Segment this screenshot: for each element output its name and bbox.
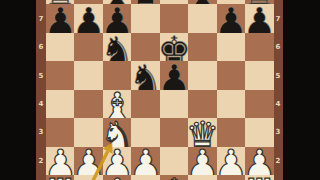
rank-label-6-left: 6 — [36, 44, 46, 51]
square-h1[interactable]: ♜ — [245, 175, 273, 180]
square-c6[interactable]: ♞ — [103, 33, 131, 61]
square-a5[interactable] — [46, 61, 74, 89]
white-king-e1[interactable]: ♚ — [157, 174, 190, 180]
square-d1[interactable] — [131, 175, 159, 180]
rank-label-3-left: 3 — [36, 129, 46, 136]
square-b5[interactable] — [74, 61, 102, 89]
square-g6[interactable] — [217, 33, 245, 61]
rank-label-7-right: 7 — [273, 15, 283, 22]
white-rook-a1[interactable]: ♜ — [44, 174, 77, 180]
square-b7[interactable]: ♟ — [74, 4, 102, 32]
square-f5[interactable] — [188, 61, 216, 89]
square-g7[interactable]: ♟ — [217, 4, 245, 32]
square-d2[interactable]: ♟ — [131, 147, 159, 175]
chess-board[interactable]: ♜♝♛♝♜♟♟♟♟♟♞♚♞♟♝♞♛♟♟♟♟♟♟♟♜♝♚♜ — [46, 0, 274, 180]
square-d7[interactable] — [131, 4, 159, 32]
square-b1[interactable] — [74, 175, 102, 180]
square-b4[interactable] — [74, 90, 102, 118]
white-bishop-c1[interactable]: ♝ — [101, 174, 134, 180]
square-e5[interactable]: ♟ — [160, 61, 188, 89]
rank-label-5-left: 5 — [36, 72, 46, 79]
rank-label-3-right: 3 — [273, 129, 283, 136]
square-h4[interactable] — [245, 90, 273, 118]
square-g4[interactable] — [217, 90, 245, 118]
square-f6[interactable] — [188, 33, 216, 61]
square-d4[interactable] — [131, 90, 159, 118]
square-g2[interactable]: ♟ — [217, 147, 245, 175]
square-e3[interactable] — [160, 118, 188, 146]
rank-label-2-left: 2 — [36, 157, 46, 164]
square-a6[interactable] — [46, 33, 74, 61]
rank-label-2-right: 2 — [273, 157, 283, 164]
rank-label-4-right: 4 — [273, 101, 283, 108]
rank-label-7-left: 7 — [36, 15, 46, 22]
square-d5[interactable]: ♞ — [131, 61, 159, 89]
rank-label-6-right: 6 — [273, 44, 283, 51]
rank-label-4-left: 4 — [36, 101, 46, 108]
square-b6[interactable] — [74, 33, 102, 61]
square-a4[interactable] — [46, 90, 74, 118]
square-a1[interactable]: ♜ — [46, 175, 74, 180]
square-e4[interactable] — [160, 90, 188, 118]
square-a7[interactable]: ♟ — [46, 4, 74, 32]
white-rook-h1[interactable]: ♜ — [243, 174, 276, 180]
video-frame: ♜♝♛♝♜♟♟♟♟♟♞♚♞♟♝♞♛♟♟♟♟♟♟♟♜♝♚♜ 88776655443… — [0, 0, 320, 180]
square-h5[interactable] — [245, 61, 273, 89]
square-h7[interactable]: ♟ — [245, 4, 273, 32]
square-g1[interactable] — [217, 175, 245, 180]
square-f7[interactable] — [188, 4, 216, 32]
square-g5[interactable] — [217, 61, 245, 89]
square-b2[interactable]: ♟ — [74, 147, 102, 175]
rank-label-5-right: 5 — [273, 72, 283, 79]
square-f2[interactable]: ♟ — [188, 147, 216, 175]
square-h6[interactable] — [245, 33, 273, 61]
square-c1[interactable]: ♝ — [103, 175, 131, 180]
square-e1[interactable]: ♚ — [160, 175, 188, 180]
square-f1[interactable] — [188, 175, 216, 180]
